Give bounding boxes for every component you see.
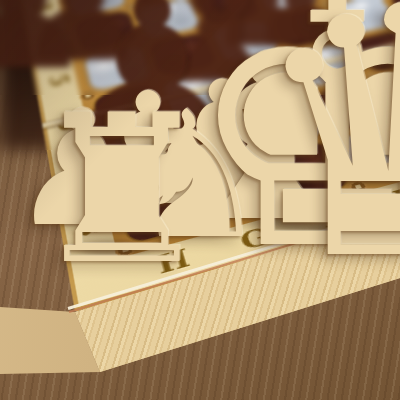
white-queen[interactable]: ♛: [247, 0, 400, 307]
chess-photo-scene: HGFEDCBAABCDEFGH8765432187654321 ♟♟♟♝♟♟ …: [0, 0, 400, 400]
white-rook[interactable]: ♜: [30, 88, 214, 293]
